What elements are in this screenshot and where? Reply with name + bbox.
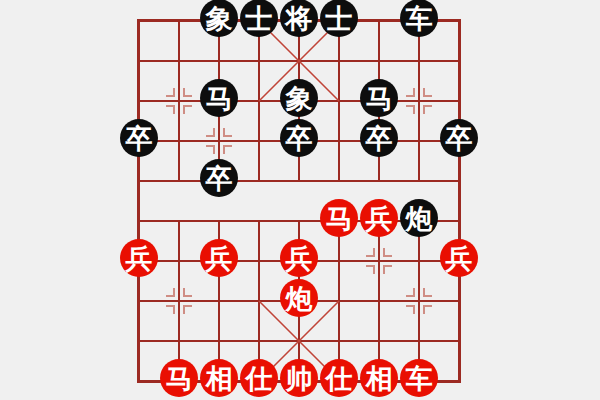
- point-marker: [166, 88, 175, 97]
- point-marker: [406, 305, 415, 314]
- piece-red-soldier[interactable]: 兵: [200, 239, 238, 277]
- piece-red-chariot[interactable]: 车: [400, 359, 438, 397]
- piece-red-general[interactable]: 帅: [280, 359, 318, 397]
- piece-black-cannon[interactable]: 炮: [400, 199, 438, 237]
- piece-red-cannon[interactable]: 炮: [280, 279, 318, 317]
- piece-red-horse[interactable]: 马: [320, 199, 358, 237]
- app-background: 象士将士车马象马卒卒卒卒卒炮马兵兵兵兵兵炮马相仕帅仕相车: [0, 0, 600, 400]
- piece-black-elephant[interactable]: 象: [200, 0, 238, 37]
- point-marker: [406, 88, 415, 97]
- point-marker: [183, 305, 192, 314]
- point-marker: [406, 288, 415, 297]
- point-marker: [206, 128, 215, 137]
- piece-black-advisor[interactable]: 士: [240, 0, 278, 37]
- point-marker: [206, 145, 215, 154]
- piece-black-chariot[interactable]: 车: [400, 0, 438, 37]
- piece-black-soldier[interactable]: 卒: [360, 119, 398, 157]
- piece-red-soldier[interactable]: 兵: [280, 239, 318, 277]
- piece-red-horse[interactable]: 马: [160, 359, 198, 397]
- point-marker: [383, 248, 392, 257]
- point-marker: [423, 305, 432, 314]
- piece-red-elephant[interactable]: 相: [360, 359, 398, 397]
- piece-black-soldier[interactable]: 卒: [280, 119, 318, 157]
- piece-black-general[interactable]: 将: [280, 0, 318, 37]
- point-marker: [166, 288, 175, 297]
- piece-black-soldier[interactable]: 卒: [120, 119, 158, 157]
- point-marker: [183, 105, 192, 114]
- point-marker: [183, 288, 192, 297]
- piece-red-advisor[interactable]: 仕: [240, 359, 278, 397]
- piece-red-soldier[interactable]: 兵: [360, 199, 398, 237]
- point-marker: [366, 265, 375, 274]
- point-marker: [366, 248, 375, 257]
- point-marker: [166, 105, 175, 114]
- point-marker: [166, 305, 175, 314]
- point-marker: [423, 288, 432, 297]
- piece-red-elephant[interactable]: 相: [200, 359, 238, 397]
- point-marker: [423, 105, 432, 114]
- point-marker: [223, 128, 232, 137]
- piece-red-soldier[interactable]: 兵: [440, 239, 478, 277]
- point-marker: [183, 88, 192, 97]
- piece-black-advisor[interactable]: 士: [320, 0, 358, 37]
- point-marker: [223, 145, 232, 154]
- point-marker: [423, 88, 432, 97]
- point-marker: [383, 265, 392, 274]
- piece-black-horse[interactable]: 马: [360, 79, 398, 117]
- palace-diagonals: [0, 0, 600, 400]
- piece-black-horse[interactable]: 马: [200, 79, 238, 117]
- piece-black-soldier[interactable]: 卒: [200, 159, 238, 197]
- point-marker: [406, 105, 415, 114]
- piece-red-soldier[interactable]: 兵: [120, 239, 158, 277]
- piece-black-elephant[interactable]: 象: [280, 79, 318, 117]
- piece-red-advisor[interactable]: 仕: [320, 359, 358, 397]
- piece-black-soldier[interactable]: 卒: [440, 119, 478, 157]
